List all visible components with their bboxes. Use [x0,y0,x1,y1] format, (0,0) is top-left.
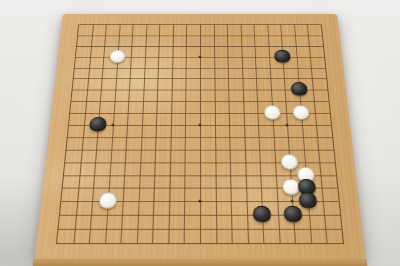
grid-line-horizontal [58,229,341,230]
stone-white[interactable] [292,105,310,119]
star-point [286,124,289,127]
stone-black[interactable] [89,117,107,132]
board-grid[interactable] [56,24,344,244]
stone-black[interactable] [298,193,317,209]
star-point [198,200,201,203]
board-front-edge [32,259,368,266]
go-board[interactable] [35,14,366,259]
grid-line-vertical [307,25,328,243]
stone-black[interactable] [274,50,291,63]
grid-line-vertical [213,25,217,243]
stone-white[interactable] [281,154,300,170]
star-point [291,200,294,203]
star-point [111,124,114,127]
grid-line-horizontal [68,137,333,138]
stone-white[interactable] [109,50,126,63]
grid-line-vertical [227,25,233,243]
star-point [199,55,202,57]
stone-black[interactable] [253,206,272,223]
stone-white[interactable] [263,105,281,119]
stone-black[interactable] [284,206,303,223]
grid-line-vertical [168,25,174,243]
grid-line-vertical [184,25,187,243]
grid-line-vertical [136,25,147,243]
grid-line-vertical [89,25,107,243]
grid-line-vertical [152,25,160,243]
stone-black[interactable] [290,82,308,96]
star-point [198,124,201,127]
photo-background [0,0,400,266]
stone-white[interactable] [98,193,117,209]
grid-line-horizontal [66,149,333,150]
grid-line-vertical [240,25,248,243]
grid-line-horizontal [64,175,336,176]
